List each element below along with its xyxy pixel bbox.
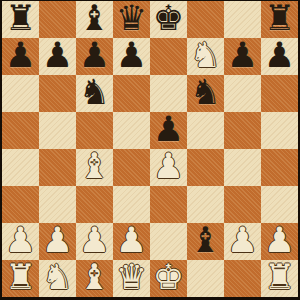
square-a7[interactable]: ♟ [2,38,39,75]
chess-board: ♜♝♛♚♜♟♟♟♟♞♟♟♞♞♟♝♟♟♟♟♟♝♟♟♜♞♝♛♚♜ [2,1,298,297]
square-e3[interactable] [150,186,187,223]
square-d1[interactable]: ♛ [113,260,150,297]
piece-white-knight[interactable]: ♞ [190,38,221,74]
square-f2[interactable]: ♝ [187,223,224,260]
square-d4[interactable] [113,149,150,186]
square-a2[interactable]: ♟ [2,223,39,260]
piece-white-bishop[interactable]: ♝ [79,260,110,296]
piece-black-pawn[interactable]: ♟ [116,38,147,74]
square-f8[interactable] [187,1,224,38]
square-f1[interactable] [187,260,224,297]
square-h4[interactable] [261,149,298,186]
square-d5[interactable] [113,112,150,149]
square-f5[interactable] [187,112,224,149]
square-e4[interactable]: ♟ [150,149,187,186]
square-b8[interactable] [39,1,76,38]
square-d7[interactable]: ♟ [113,38,150,75]
square-g2[interactable]: ♟ [224,223,261,260]
square-a1[interactable]: ♜ [2,260,39,297]
piece-black-bishop[interactable]: ♝ [190,223,221,259]
piece-black-rook[interactable]: ♜ [264,1,295,37]
square-c6[interactable]: ♞ [76,75,113,112]
square-g7[interactable]: ♟ [224,38,261,75]
piece-black-pawn[interactable]: ♟ [42,38,73,74]
square-g6[interactable] [224,75,261,112]
piece-white-pawn[interactable]: ♟ [153,149,184,185]
square-c1[interactable]: ♝ [76,260,113,297]
square-f7[interactable]: ♞ [187,38,224,75]
square-d8[interactable]: ♛ [113,1,150,38]
square-b2[interactable]: ♟ [39,223,76,260]
square-h8[interactable]: ♜ [261,1,298,38]
piece-black-pawn[interactable]: ♟ [264,38,295,74]
square-e1[interactable]: ♚ [150,260,187,297]
square-d3[interactable] [113,186,150,223]
piece-black-pawn[interactable]: ♟ [153,112,184,148]
square-a6[interactable] [2,75,39,112]
square-g8[interactable] [224,1,261,38]
square-c2[interactable]: ♟ [76,223,113,260]
square-e5[interactable]: ♟ [150,112,187,149]
square-c7[interactable]: ♟ [76,38,113,75]
square-b5[interactable] [39,112,76,149]
square-b3[interactable] [39,186,76,223]
piece-white-pawn[interactable]: ♟ [5,223,36,259]
square-e2[interactable] [150,223,187,260]
piece-white-bishop[interactable]: ♝ [79,149,110,185]
piece-black-king[interactable]: ♚ [153,1,184,37]
square-a4[interactable] [2,149,39,186]
square-h7[interactable]: ♟ [261,38,298,75]
square-g4[interactable] [224,149,261,186]
square-e6[interactable] [150,75,187,112]
square-h2[interactable]: ♟ [261,223,298,260]
square-h3[interactable] [261,186,298,223]
square-f3[interactable] [187,186,224,223]
piece-white-rook[interactable]: ♜ [264,260,295,296]
square-b1[interactable]: ♞ [39,260,76,297]
square-e8[interactable]: ♚ [150,1,187,38]
square-h5[interactable] [261,112,298,149]
piece-black-knight[interactable]: ♞ [79,75,110,111]
piece-white-king[interactable]: ♚ [153,260,184,296]
piece-black-rook[interactable]: ♜ [5,1,36,37]
piece-white-pawn[interactable]: ♟ [227,223,258,259]
square-d6[interactable] [113,75,150,112]
piece-black-pawn[interactable]: ♟ [79,38,110,74]
piece-black-queen[interactable]: ♛ [116,1,147,37]
piece-black-knight[interactable]: ♞ [190,75,221,111]
square-c3[interactable] [76,186,113,223]
square-h1[interactable]: ♜ [261,260,298,297]
square-f6[interactable]: ♞ [187,75,224,112]
square-c4[interactable]: ♝ [76,149,113,186]
piece-black-pawn[interactable]: ♟ [5,38,36,74]
piece-black-bishop[interactable]: ♝ [79,1,110,37]
piece-white-pawn[interactable]: ♟ [42,223,73,259]
square-e7[interactable] [150,38,187,75]
chess-board-frame: ♜♝♛♚♜♟♟♟♟♞♟♟♞♞♟♝♟♟♟♟♟♝♟♟♜♞♝♛♚♜ [0,0,300,300]
piece-white-pawn[interactable]: ♟ [264,223,295,259]
square-a5[interactable] [2,112,39,149]
square-f4[interactable] [187,149,224,186]
square-c8[interactable]: ♝ [76,1,113,38]
square-b6[interactable] [39,75,76,112]
square-h6[interactable] [261,75,298,112]
square-a3[interactable] [2,186,39,223]
piece-white-pawn[interactable]: ♟ [79,223,110,259]
square-g5[interactable] [224,112,261,149]
piece-white-pawn[interactable]: ♟ [116,223,147,259]
piece-white-knight[interactable]: ♞ [42,260,73,296]
square-g3[interactable] [224,186,261,223]
square-c5[interactable] [76,112,113,149]
piece-white-queen[interactable]: ♛ [116,260,147,296]
piece-white-rook[interactable]: ♜ [5,260,36,296]
square-a8[interactable]: ♜ [2,1,39,38]
square-b7[interactable]: ♟ [39,38,76,75]
piece-black-pawn[interactable]: ♟ [227,38,258,74]
square-d2[interactable]: ♟ [113,223,150,260]
square-g1[interactable] [224,260,261,297]
square-b4[interactable] [39,149,76,186]
